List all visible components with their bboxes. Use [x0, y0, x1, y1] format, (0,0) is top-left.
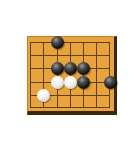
- white-stone: [51, 76, 64, 89]
- go-board[interactable]: [27, 36, 117, 115]
- black-stone: [77, 76, 90, 89]
- black-stone: [51, 62, 64, 75]
- board-cell[interactable]: [83, 95, 96, 108]
- black-stone: [51, 36, 64, 49]
- board-cell[interactable]: [96, 95, 109, 108]
- board-cell[interactable]: [30, 68, 43, 81]
- black-stone: [104, 76, 117, 89]
- board-cell[interactable]: [70, 95, 83, 108]
- board-cell[interactable]: [30, 42, 43, 55]
- board-cell[interactable]: [83, 42, 96, 55]
- board-cell[interactable]: [30, 55, 43, 68]
- board-cell[interactable]: [96, 55, 109, 68]
- white-stone: [64, 76, 77, 89]
- board-cell[interactable]: [57, 95, 70, 108]
- page-background: [0, 0, 140, 150]
- board-cell[interactable]: [70, 42, 83, 55]
- board-cell[interactable]: [96, 42, 109, 55]
